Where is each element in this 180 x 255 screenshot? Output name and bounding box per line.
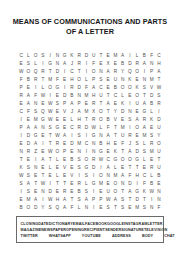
grid-cell[interactable]: D bbox=[148, 91, 155, 99]
grid-cell[interactable]: S bbox=[54, 99, 61, 107]
grid-cell[interactable]: Z bbox=[32, 147, 39, 155]
grid-cell[interactable]: T bbox=[105, 107, 112, 115]
grid-cell[interactable]: K bbox=[112, 147, 119, 155]
grid-cell[interactable]: B bbox=[141, 51, 148, 59]
grid-cell[interactable]: D bbox=[76, 83, 83, 91]
grid-cell[interactable]: O bbox=[25, 203, 32, 211]
grid-cell[interactable]: R bbox=[112, 67, 119, 75]
grid-cell[interactable]: B bbox=[76, 187, 83, 195]
grid-cell[interactable]: E bbox=[112, 99, 119, 107]
grid-cell[interactable]: L bbox=[119, 91, 126, 99]
grid-cell[interactable]: E bbox=[83, 99, 90, 107]
grid-cell[interactable]: E bbox=[61, 155, 68, 163]
grid-cell[interactable]: S bbox=[119, 203, 126, 211]
grid-cell[interactable]: L bbox=[76, 203, 83, 211]
grid-cell[interactable]: O bbox=[83, 155, 90, 163]
grid-cell[interactable]: T bbox=[39, 75, 46, 83]
grid-cell[interactable]: T bbox=[83, 115, 90, 123]
grid-cell[interactable]: E bbox=[105, 83, 112, 91]
grid-cell[interactable]: V bbox=[68, 171, 75, 179]
grid-cell[interactable]: E bbox=[148, 155, 155, 163]
grid-cell[interactable]: Y bbox=[39, 203, 46, 211]
grid-cell[interactable]: W bbox=[18, 67, 25, 75]
grid-cell[interactable]: Q bbox=[39, 107, 46, 115]
grid-cell[interactable]: O bbox=[134, 91, 141, 99]
grid-cell[interactable]: N bbox=[39, 123, 46, 131]
grid-cell[interactable]: A bbox=[32, 195, 39, 203]
grid-cell[interactable]: L bbox=[141, 155, 148, 163]
grid-cell[interactable]: S bbox=[25, 163, 32, 171]
grid-cell[interactable]: C bbox=[18, 51, 25, 59]
grid-cell[interactable]: E bbox=[141, 163, 148, 171]
grid-cell[interactable]: L bbox=[54, 155, 61, 163]
grid-cell[interactable]: S bbox=[97, 75, 104, 83]
grid-cell[interactable]: E bbox=[25, 155, 32, 163]
grid-cell[interactable]: G bbox=[83, 163, 90, 171]
grid-cell[interactable]: K bbox=[126, 75, 133, 83]
grid-cell[interactable]: E bbox=[47, 171, 54, 179]
grid-cell[interactable]: J bbox=[68, 59, 75, 67]
grid-cell[interactable]: U bbox=[155, 147, 162, 155]
grid-cell[interactable]: U bbox=[90, 51, 97, 59]
grid-cell[interactable]: I bbox=[18, 187, 25, 195]
grid-cell[interactable]: O bbox=[126, 83, 133, 91]
grid-cell[interactable]: E bbox=[61, 75, 68, 83]
grid-cell[interactable]: A bbox=[25, 99, 32, 107]
grid-cell[interactable]: N bbox=[119, 179, 126, 187]
grid-cell[interactable]: M bbox=[76, 139, 83, 147]
grid-cell[interactable]: N bbox=[155, 187, 162, 195]
grid-cell[interactable]: I bbox=[32, 83, 39, 91]
grid-cell[interactable]: O bbox=[97, 115, 104, 123]
grid-cell[interactable]: L bbox=[68, 115, 75, 123]
grid-cell[interactable]: W bbox=[155, 83, 162, 91]
grid-cell[interactable]: O bbox=[134, 123, 141, 131]
grid-cell[interactable]: B bbox=[148, 99, 155, 107]
grid-cell[interactable]: D bbox=[90, 163, 97, 171]
grid-cell[interactable]: N bbox=[76, 147, 83, 155]
grid-cell[interactable]: C bbox=[68, 123, 75, 131]
grid-cell[interactable]: I bbox=[141, 67, 148, 75]
grid-cell[interactable]: F bbox=[32, 91, 39, 99]
grid-cell[interactable]: T bbox=[18, 155, 25, 163]
grid-cell[interactable]: A bbox=[61, 59, 68, 67]
grid-cell[interactable]: T bbox=[76, 67, 83, 75]
grid-cell[interactable]: N bbox=[148, 203, 155, 211]
grid-cell[interactable]: E bbox=[148, 123, 155, 131]
grid-cell[interactable]: B bbox=[148, 179, 155, 187]
grid-cell[interactable]: G bbox=[97, 147, 104, 155]
grid-cell[interactable]: K bbox=[18, 163, 25, 171]
grid-cell[interactable]: N bbox=[18, 147, 25, 155]
grid-cell[interactable]: R bbox=[18, 91, 25, 99]
grid-cell[interactable]: O bbox=[119, 155, 126, 163]
grid-cell[interactable]: O bbox=[90, 67, 97, 75]
grid-cell[interactable]: M bbox=[25, 195, 32, 203]
grid-cell[interactable]: A bbox=[76, 107, 83, 115]
grid-cell[interactable]: F bbox=[90, 59, 97, 67]
grid-cell[interactable]: O bbox=[126, 155, 133, 163]
grid-cell[interactable]: A bbox=[25, 91, 32, 99]
grid-cell[interactable]: S bbox=[76, 195, 83, 203]
grid-cell[interactable]: A bbox=[134, 115, 141, 123]
grid-cell[interactable]: T bbox=[155, 75, 162, 83]
grid-cell[interactable]: N bbox=[90, 139, 97, 147]
word-search-grid[interactable]: CLOSINGKRDUTEMAILBFCESLIGNAJRIFEXEBDRANH… bbox=[18, 51, 163, 211]
grid-cell[interactable]: F bbox=[54, 75, 61, 83]
grid-cell[interactable]: A bbox=[141, 59, 148, 67]
grid-cell[interactable]: I bbox=[76, 171, 83, 179]
grid-cell[interactable]: W bbox=[97, 155, 104, 163]
grid-cell[interactable]: L bbox=[141, 139, 148, 147]
grid-cell[interactable]: G bbox=[54, 123, 61, 131]
grid-cell[interactable]: B bbox=[97, 139, 104, 147]
grid-cell[interactable]: K bbox=[119, 99, 126, 107]
grid-cell[interactable]: W bbox=[90, 123, 97, 131]
grid-cell[interactable]: S bbox=[47, 123, 54, 131]
grid-cell[interactable]: T bbox=[141, 195, 148, 203]
grid-cell[interactable]: E bbox=[54, 91, 61, 99]
grid-cell[interactable]: Y bbox=[112, 107, 119, 115]
grid-cell[interactable]: T bbox=[68, 195, 75, 203]
grid-cell[interactable]: A bbox=[25, 179, 32, 187]
grid-cell[interactable]: S bbox=[32, 107, 39, 115]
grid-cell[interactable]: W bbox=[47, 99, 54, 107]
grid-cell[interactable]: T bbox=[112, 131, 119, 139]
grid-cell[interactable]: P bbox=[18, 83, 25, 91]
grid-cell[interactable]: C bbox=[112, 91, 119, 99]
grid-cell[interactable]: U bbox=[112, 75, 119, 83]
grid-cell[interactable]: N bbox=[141, 75, 148, 83]
grid-cell[interactable]: S bbox=[39, 51, 46, 59]
grid-cell[interactable]: P bbox=[18, 123, 25, 131]
grid-cell[interactable]: R bbox=[61, 187, 68, 195]
grid-cell[interactable]: T bbox=[97, 51, 104, 59]
grid-cell[interactable]: L bbox=[47, 163, 54, 171]
grid-cell[interactable]: A bbox=[105, 131, 112, 139]
grid-cell[interactable]: E bbox=[54, 163, 61, 171]
grid-cell[interactable]: S bbox=[83, 187, 90, 195]
grid-cell[interactable]: B bbox=[25, 75, 32, 83]
grid-cell[interactable]: S bbox=[76, 131, 83, 139]
grid-cell[interactable]: R bbox=[76, 179, 83, 187]
grid-cell[interactable]: J bbox=[126, 139, 133, 147]
grid-cell[interactable]: I bbox=[39, 139, 46, 147]
grid-cell[interactable]: V bbox=[61, 163, 68, 171]
grid-cell[interactable]: M bbox=[32, 115, 39, 123]
grid-cell[interactable]: D bbox=[134, 147, 141, 155]
grid-cell[interactable]: E bbox=[25, 115, 32, 123]
grid-cell[interactable]: H bbox=[90, 91, 97, 99]
grid-cell[interactable]: F bbox=[83, 83, 90, 91]
grid-cell[interactable]: N bbox=[54, 59, 61, 67]
grid-cell[interactable]: W bbox=[47, 115, 54, 123]
grid-cell[interactable]: R bbox=[76, 123, 83, 131]
grid-cell[interactable]: I bbox=[90, 203, 97, 211]
grid-cell[interactable]: V bbox=[112, 115, 119, 123]
grid-cell[interactable]: T bbox=[119, 147, 126, 155]
grid-cell[interactable]: O bbox=[47, 83, 54, 91]
grid-cell[interactable]: D bbox=[134, 195, 141, 203]
grid-cell[interactable]: I bbox=[47, 51, 54, 59]
grid-cell[interactable]: F bbox=[155, 203, 162, 211]
grid-cell[interactable]: L bbox=[25, 51, 32, 59]
grid-cell[interactable]: E bbox=[39, 163, 46, 171]
grid-cell[interactable]: N bbox=[148, 59, 155, 67]
grid-cell[interactable]: M bbox=[119, 123, 126, 131]
grid-cell[interactable]: G bbox=[141, 107, 148, 115]
grid-cell[interactable]: D bbox=[68, 139, 75, 147]
grid-cell[interactable]: M bbox=[47, 75, 54, 83]
grid-cell[interactable]: O bbox=[32, 51, 39, 59]
grid-cell[interactable]: P bbox=[61, 147, 68, 155]
grid-cell[interactable]: R bbox=[90, 99, 97, 107]
grid-cell[interactable]: N bbox=[105, 171, 112, 179]
grid-cell[interactable]: A bbox=[141, 123, 148, 131]
grid-cell[interactable]: M bbox=[148, 75, 155, 83]
grid-cell[interactable]: U bbox=[105, 187, 112, 195]
grid-cell[interactable]: S bbox=[76, 163, 83, 171]
grid-cell[interactable]: B bbox=[18, 203, 25, 211]
grid-cell[interactable]: N bbox=[32, 163, 39, 171]
grid-cell[interactable]: S bbox=[134, 139, 141, 147]
grid-cell[interactable]: F bbox=[18, 75, 25, 83]
grid-cell[interactable]: G bbox=[61, 51, 68, 59]
grid-cell[interactable]: H bbox=[155, 59, 162, 67]
grid-cell[interactable]: A bbox=[119, 51, 126, 59]
grid-cell[interactable]: T bbox=[126, 163, 133, 171]
grid-cell[interactable]: G bbox=[112, 155, 119, 163]
grid-cell[interactable]: C bbox=[83, 139, 90, 147]
grid-cell[interactable]: E bbox=[126, 91, 133, 99]
grid-cell[interactable]: V bbox=[148, 83, 155, 91]
grid-cell[interactable]: I bbox=[18, 115, 25, 123]
grid-cell[interactable]: W bbox=[47, 195, 54, 203]
grid-cell[interactable]: O bbox=[155, 139, 162, 147]
grid-cell[interactable]: M bbox=[83, 107, 90, 115]
grid-cell[interactable]: S bbox=[105, 203, 112, 211]
grid-cell[interactable]: M bbox=[141, 131, 148, 139]
grid-cell[interactable]: O bbox=[97, 107, 104, 115]
grid-cell[interactable]: T bbox=[97, 99, 104, 107]
grid-cell[interactable]: Q bbox=[54, 203, 61, 211]
grid-cell[interactable]: G bbox=[134, 187, 141, 195]
grid-cell[interactable]: L bbox=[112, 163, 119, 171]
grid-cell[interactable]: O bbox=[25, 67, 32, 75]
grid-cell[interactable]: E bbox=[39, 99, 46, 107]
grid-cell[interactable]: E bbox=[32, 171, 39, 179]
grid-cell[interactable]: S bbox=[18, 179, 25, 187]
grid-cell[interactable]: A bbox=[90, 83, 97, 91]
grid-cell[interactable]: B bbox=[119, 59, 126, 67]
grid-cell[interactable]: L bbox=[134, 51, 141, 59]
grid-cell[interactable]: W bbox=[18, 171, 25, 179]
grid-cell[interactable]: I bbox=[90, 171, 97, 179]
grid-cell[interactable]: E bbox=[68, 179, 75, 187]
grid-cell[interactable]: E bbox=[97, 203, 104, 211]
grid-cell[interactable]: D bbox=[119, 107, 126, 115]
grid-cell[interactable]: Y bbox=[155, 131, 162, 139]
grid-cell[interactable]: K bbox=[148, 115, 155, 123]
grid-cell[interactable]: S bbox=[141, 203, 148, 211]
grid-cell[interactable]: H bbox=[76, 115, 83, 123]
grid-cell[interactable]: E bbox=[54, 107, 61, 115]
grid-cell[interactable]: W bbox=[39, 179, 46, 187]
grid-cell[interactable]: F bbox=[126, 171, 133, 179]
grid-cell[interactable]: S bbox=[141, 83, 148, 91]
grid-cell[interactable]: I bbox=[155, 107, 162, 115]
grid-cell[interactable]: E bbox=[112, 59, 119, 67]
grid-cell[interactable]: M bbox=[97, 179, 104, 187]
grid-cell[interactable]: C bbox=[68, 67, 75, 75]
grid-cell[interactable]: N bbox=[126, 107, 133, 115]
grid-cell[interactable]: G bbox=[90, 131, 97, 139]
grid-cell[interactable]: D bbox=[61, 91, 68, 99]
grid-cell[interactable]: F bbox=[141, 179, 148, 187]
grid-cell[interactable]: I bbox=[47, 179, 54, 187]
grid-cell[interactable]: O bbox=[112, 187, 119, 195]
grid-cell[interactable]: E bbox=[97, 59, 104, 67]
grid-cell[interactable]: S bbox=[76, 155, 83, 163]
grid-cell[interactable]: C bbox=[97, 83, 104, 91]
grid-cell[interactable]: N bbox=[97, 67, 104, 75]
grid-cell[interactable]: B bbox=[155, 171, 162, 179]
grid-cell[interactable]: S bbox=[83, 171, 90, 179]
grid-cell[interactable]: E bbox=[134, 75, 141, 83]
grid-cell[interactable]: P bbox=[97, 195, 104, 203]
grid-cell[interactable]: G bbox=[32, 131, 39, 139]
grid-cell[interactable]: O bbox=[76, 75, 83, 83]
grid-cell[interactable]: U bbox=[155, 163, 162, 171]
grid-cell[interactable]: I bbox=[47, 91, 54, 99]
grid-cell[interactable]: K bbox=[68, 51, 75, 59]
grid-cell[interactable]: R bbox=[148, 163, 155, 171]
grid-cell[interactable]: A bbox=[155, 67, 162, 75]
grid-cell[interactable]: G bbox=[54, 83, 61, 91]
grid-cell[interactable]: E bbox=[68, 163, 75, 171]
grid-cell[interactable]: I bbox=[83, 131, 90, 139]
grid-cell[interactable]: E bbox=[134, 131, 141, 139]
grid-cell[interactable]: E bbox=[105, 75, 112, 83]
grid-cell[interactable]: K bbox=[134, 83, 141, 91]
grid-cell[interactable]: R bbox=[155, 99, 162, 107]
grid-cell[interactable]: W bbox=[39, 91, 46, 99]
grid-cell[interactable]: W bbox=[105, 195, 112, 203]
grid-cell[interactable]: A bbox=[68, 99, 75, 107]
grid-cell[interactable]: O bbox=[134, 67, 141, 75]
grid-cell[interactable]: E bbox=[39, 147, 46, 155]
grid-cell[interactable]: U bbox=[97, 91, 104, 99]
grid-cell[interactable]: F bbox=[25, 107, 32, 115]
grid-cell[interactable]: V bbox=[61, 107, 68, 115]
grid-cell[interactable]: T bbox=[47, 155, 54, 163]
grid-cell[interactable]: A bbox=[126, 147, 133, 155]
grid-cell[interactable]: E bbox=[155, 179, 162, 187]
grid-cell[interactable]: A bbox=[141, 99, 148, 107]
grid-cell[interactable]: N bbox=[155, 195, 162, 203]
grid-cell[interactable]: B bbox=[68, 91, 75, 99]
grid-cell[interactable]: D bbox=[47, 187, 54, 195]
grid-cell[interactable]: C bbox=[141, 171, 148, 179]
grid-cell[interactable]: E bbox=[119, 115, 126, 123]
grid-cell[interactable]: P bbox=[61, 99, 68, 107]
grid-cell[interactable]: S bbox=[119, 195, 126, 203]
grid-cell[interactable]: S bbox=[155, 91, 162, 99]
grid-cell[interactable]: E bbox=[68, 147, 75, 155]
grid-cell[interactable]: P bbox=[76, 99, 83, 107]
grid-cell[interactable]: W bbox=[47, 147, 54, 155]
grid-cell[interactable]: X bbox=[90, 107, 97, 115]
grid-cell[interactable]: R bbox=[54, 139, 61, 147]
grid-cell[interactable]: P bbox=[90, 75, 97, 83]
grid-cell[interactable]: G bbox=[47, 59, 54, 67]
grid-cell[interactable]: H bbox=[68, 75, 75, 83]
grid-cell[interactable]: E bbox=[18, 195, 25, 203]
grid-cell[interactable]: R bbox=[39, 67, 46, 75]
grid-cell[interactable]: D bbox=[155, 115, 162, 123]
grid-cell[interactable]: I bbox=[18, 131, 25, 139]
grid-cell[interactable]: L bbox=[148, 107, 155, 115]
grid-cell[interactable]: R bbox=[76, 51, 83, 59]
grid-cell[interactable]: G bbox=[90, 179, 97, 187]
grid-cell[interactable]: A bbox=[61, 195, 68, 203]
grid-cell[interactable]: L bbox=[83, 179, 90, 187]
grid-cell[interactable]: E bbox=[61, 115, 68, 123]
grid-cell[interactable]: E bbox=[105, 179, 112, 187]
grid-cell[interactable]: K bbox=[141, 187, 148, 195]
grid-cell[interactable]: N bbox=[39, 187, 46, 195]
grid-cell[interactable]: N bbox=[54, 51, 61, 59]
grid-cell[interactable]: A bbox=[39, 155, 46, 163]
grid-cell[interactable]: R bbox=[134, 59, 141, 67]
grid-cell[interactable]: S bbox=[25, 187, 32, 195]
grid-cell[interactable]: A bbox=[112, 195, 119, 203]
grid-cell[interactable]: T bbox=[47, 139, 54, 147]
grid-cell[interactable]: C bbox=[105, 155, 112, 163]
grid-cell[interactable]: O bbox=[112, 179, 119, 187]
grid-cell[interactable]: R bbox=[32, 75, 39, 83]
grid-cell[interactable]: L bbox=[97, 123, 104, 131]
grid-cell[interactable]: I bbox=[39, 59, 46, 67]
grid-cell[interactable]: R bbox=[76, 59, 83, 67]
grid-cell[interactable]: I bbox=[148, 195, 155, 203]
grid-cell[interactable]: D bbox=[25, 139, 32, 147]
grid-cell[interactable]: B bbox=[112, 83, 119, 91]
grid-cell[interactable]: R bbox=[25, 147, 32, 155]
grid-cell[interactable]: D bbox=[54, 67, 61, 75]
grid-cell[interactable]: A bbox=[32, 139, 39, 147]
grid-cell[interactable]: A bbox=[105, 99, 112, 107]
grid-cell[interactable]: G bbox=[39, 115, 46, 123]
grid-cell[interactable]: O bbox=[119, 83, 126, 91]
grid-cell[interactable]: O bbox=[97, 171, 104, 179]
grid-cell[interactable]: S bbox=[25, 171, 32, 179]
grid-cell[interactable]: E bbox=[105, 51, 112, 59]
grid-cell[interactable]: T bbox=[61, 179, 68, 187]
grid-cell[interactable]: T bbox=[47, 67, 54, 75]
grid-cell[interactable]: M bbox=[83, 91, 90, 99]
grid-cell[interactable]: F bbox=[105, 123, 112, 131]
grid-cell[interactable]: O bbox=[54, 147, 61, 155]
grid-cell[interactable]: M bbox=[112, 51, 119, 59]
grid-cell[interactable]: L bbox=[54, 171, 61, 179]
grid-cell[interactable]: I bbox=[61, 67, 68, 75]
grid-cell[interactable]: I bbox=[32, 155, 39, 163]
grid-cell[interactable]: H bbox=[134, 171, 141, 179]
grid-cell[interactable]: P bbox=[90, 195, 97, 203]
grid-cell[interactable]: N bbox=[83, 203, 90, 211]
grid-cell[interactable]: A bbox=[126, 187, 133, 195]
